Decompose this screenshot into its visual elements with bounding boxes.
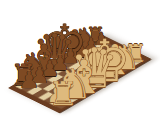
product-photo-stage: ♜♞♝♛♚♝♞♜♟♟♟♟♟♟♟♟♟♟♟♟♟♟♟♟♜♞♝♛♚♝♞♜ [0,0,160,120]
chess-board[interactable] [8,34,151,113]
board-grid [15,38,143,109]
